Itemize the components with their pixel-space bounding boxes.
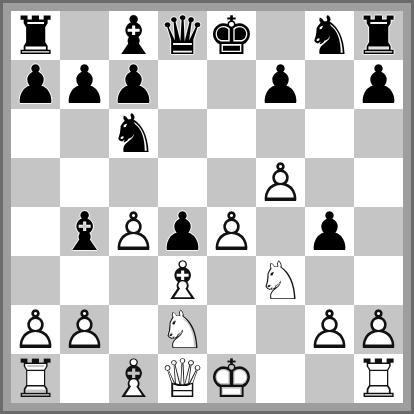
square-f8[interactable]: [256, 11, 305, 60]
square-c4[interactable]: ♟♙: [109, 207, 158, 256]
piece-white-pawn: ♟♙: [109, 207, 158, 256]
square-g7[interactable]: [305, 60, 354, 109]
piece-black-pawn: ♟: [109, 60, 158, 109]
piece-white-pawn: ♟♙: [207, 207, 256, 256]
square-c5[interactable]: [109, 158, 158, 207]
square-b5[interactable]: [60, 158, 109, 207]
piece-black-rook: ♜: [354, 11, 403, 60]
square-e3[interactable]: [207, 256, 256, 305]
square-a1[interactable]: ♜♖: [11, 354, 60, 403]
square-a6[interactable]: [11, 109, 60, 158]
square-c8[interactable]: ♝: [109, 11, 158, 60]
square-h1[interactable]: ♜♖: [354, 354, 403, 403]
square-g4[interactable]: ♟: [305, 207, 354, 256]
piece-white-pawn: ♟♙: [60, 305, 109, 354]
square-b6[interactable]: [60, 109, 109, 158]
piece-black-knight: ♞: [305, 11, 354, 60]
square-h7[interactable]: ♟: [354, 60, 403, 109]
square-h3[interactable]: [354, 256, 403, 305]
piece-black-pawn: ♟: [354, 60, 403, 109]
square-a7[interactable]: ♟: [11, 60, 60, 109]
piece-black-queen: ♛: [158, 11, 207, 60]
square-g3[interactable]: [305, 256, 354, 305]
square-d6[interactable]: [158, 109, 207, 158]
square-f4[interactable]: [256, 207, 305, 256]
piece-black-bishop: ♝: [60, 207, 109, 256]
square-d7[interactable]: [158, 60, 207, 109]
square-h8[interactable]: ♜: [354, 11, 403, 60]
square-g8[interactable]: ♞: [305, 11, 354, 60]
square-g1[interactable]: [305, 354, 354, 403]
square-d5[interactable]: [158, 158, 207, 207]
piece-white-pawn: ♟♙: [305, 305, 354, 354]
piece-white-king: ♚♔: [207, 354, 256, 403]
square-b1[interactable]: [60, 354, 109, 403]
chessboard: ♜♝♛♚♞♜♟♟♟♟♟♞♟♙♝♟♙♟♟♙♟♝♗♞♘♟♙♟♙♞♘♟♙♟♙♜♖♝♗♛…: [11, 11, 403, 403]
piece-black-bishop: ♝: [109, 11, 158, 60]
piece-white-knight: ♞♘: [158, 305, 207, 354]
square-h6[interactable]: [354, 109, 403, 158]
square-e2[interactable]: [207, 305, 256, 354]
square-h4[interactable]: [354, 207, 403, 256]
piece-black-king: ♚: [207, 11, 256, 60]
square-b2[interactable]: ♟♙: [60, 305, 109, 354]
piece-white-pawn: ♟♙: [256, 158, 305, 207]
square-d4[interactable]: ♟: [158, 207, 207, 256]
board-frame: ♜♝♛♚♞♜♟♟♟♟♟♞♟♙♝♟♙♟♟♙♟♝♗♞♘♟♙♟♙♞♘♟♙♟♙♜♖♝♗♛…: [0, 0, 414, 414]
square-e7[interactable]: [207, 60, 256, 109]
square-c3[interactable]: [109, 256, 158, 305]
piece-white-rook: ♜♖: [11, 354, 60, 403]
piece-black-pawn: ♟: [60, 60, 109, 109]
piece-white-bishop: ♝♗: [158, 256, 207, 305]
square-g5[interactable]: [305, 158, 354, 207]
square-c7[interactable]: ♟: [109, 60, 158, 109]
square-b3[interactable]: [60, 256, 109, 305]
square-d3[interactable]: ♝♗: [158, 256, 207, 305]
piece-white-pawn: ♟♙: [11, 305, 60, 354]
square-g6[interactable]: [305, 109, 354, 158]
square-a4[interactable]: [11, 207, 60, 256]
square-e5[interactable]: [207, 158, 256, 207]
square-b8[interactable]: [60, 11, 109, 60]
square-d8[interactable]: ♛: [158, 11, 207, 60]
square-f6[interactable]: [256, 109, 305, 158]
square-f5[interactable]: ♟♙: [256, 158, 305, 207]
square-c2[interactable]: [109, 305, 158, 354]
square-d1[interactable]: ♛♕: [158, 354, 207, 403]
piece-white-bishop: ♝♗: [109, 354, 158, 403]
square-h5[interactable]: [354, 158, 403, 207]
piece-black-pawn: ♟: [158, 207, 207, 256]
square-e6[interactable]: [207, 109, 256, 158]
square-b4[interactable]: ♝: [60, 207, 109, 256]
piece-white-pawn: ♟♙: [354, 305, 403, 354]
piece-white-rook: ♜♖: [354, 354, 403, 403]
piece-black-rook: ♜: [11, 11, 60, 60]
square-d2[interactable]: ♞♘: [158, 305, 207, 354]
square-e1[interactable]: ♚♔: [207, 354, 256, 403]
square-h2[interactable]: ♟♙: [354, 305, 403, 354]
square-f2[interactable]: [256, 305, 305, 354]
square-c6[interactable]: ♞: [109, 109, 158, 158]
square-g2[interactable]: ♟♙: [305, 305, 354, 354]
piece-white-queen: ♛♕: [158, 354, 207, 403]
piece-black-pawn: ♟: [256, 60, 305, 109]
square-a2[interactable]: ♟♙: [11, 305, 60, 354]
square-b7[interactable]: ♟: [60, 60, 109, 109]
square-f7[interactable]: ♟: [256, 60, 305, 109]
square-e8[interactable]: ♚: [207, 11, 256, 60]
square-c1[interactable]: ♝♗: [109, 354, 158, 403]
square-a8[interactable]: ♜: [11, 11, 60, 60]
square-a3[interactable]: [11, 256, 60, 305]
square-f1[interactable]: [256, 354, 305, 403]
piece-white-knight: ♞♘: [256, 256, 305, 305]
square-e4[interactable]: ♟♙: [207, 207, 256, 256]
piece-black-pawn: ♟: [11, 60, 60, 109]
piece-black-pawn: ♟: [305, 207, 354, 256]
square-f3[interactable]: ♞♘: [256, 256, 305, 305]
square-a5[interactable]: [11, 158, 60, 207]
piece-black-knight: ♞: [109, 109, 158, 158]
